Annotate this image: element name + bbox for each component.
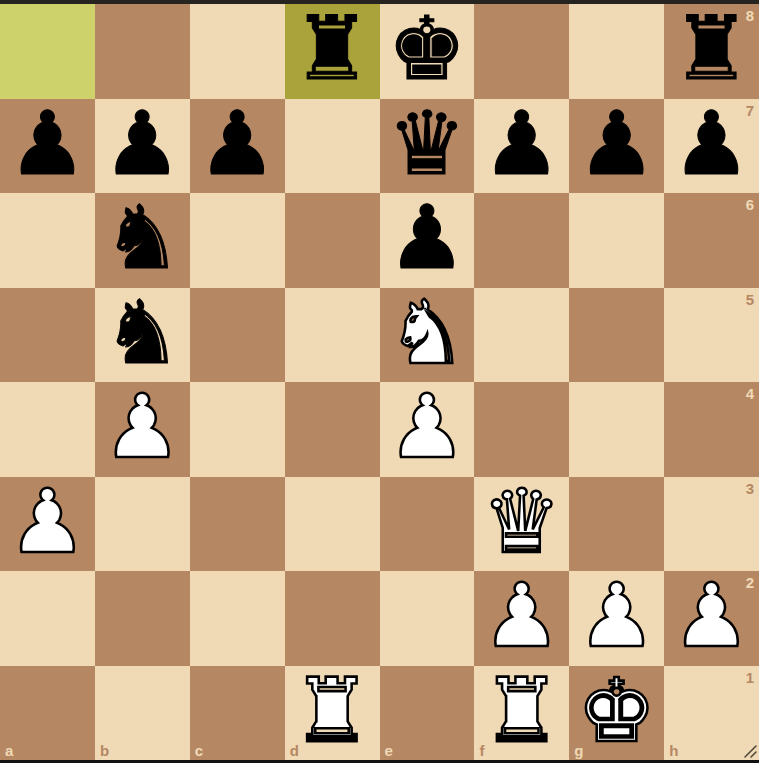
black-pawn[interactable]: ♟ bbox=[8, 100, 87, 188]
file-label-e: e bbox=[385, 743, 393, 758]
square-h5[interactable]: 5 bbox=[664, 288, 759, 383]
square-d5[interactable] bbox=[285, 288, 380, 383]
square-d7[interactable] bbox=[285, 99, 380, 194]
white-pawn[interactable]: ♟ bbox=[387, 383, 466, 471]
square-b6[interactable]: ♞ bbox=[95, 193, 190, 288]
square-a1[interactable]: a bbox=[0, 666, 95, 761]
square-g1[interactable]: ♚g bbox=[569, 666, 664, 761]
square-h2[interactable]: ♟2 bbox=[664, 571, 759, 666]
square-a5[interactable] bbox=[0, 288, 95, 383]
square-a3[interactable]: ♟ bbox=[0, 477, 95, 572]
square-a6[interactable] bbox=[0, 193, 95, 288]
chess-app: ♜♚♜8♟♟♟♛♟♟♟7♞♟6♞♞5♟♟4♟♛3♟♟♟2abc♜de♜f♚g1h bbox=[0, 0, 759, 763]
square-g3[interactable] bbox=[569, 477, 664, 572]
board-resize-handle-icon[interactable] bbox=[742, 743, 758, 759]
square-c2[interactable] bbox=[190, 571, 285, 666]
rank-label-8: 8 bbox=[746, 8, 754, 23]
square-b8[interactable] bbox=[95, 4, 190, 99]
white-pawn[interactable]: ♟ bbox=[8, 478, 87, 566]
file-label-c: c bbox=[195, 743, 203, 758]
white-pawn[interactable]: ♟ bbox=[103, 383, 182, 471]
rank-label-4: 4 bbox=[746, 386, 754, 401]
black-pawn[interactable]: ♟ bbox=[577, 100, 656, 188]
square-d4[interactable] bbox=[285, 382, 380, 477]
black-rook[interactable]: ♜ bbox=[293, 5, 372, 93]
rank-label-6: 6 bbox=[746, 197, 754, 212]
square-c7[interactable]: ♟ bbox=[190, 99, 285, 194]
square-c3[interactable] bbox=[190, 477, 285, 572]
rank-label-2: 2 bbox=[746, 575, 754, 590]
square-e3[interactable] bbox=[380, 477, 475, 572]
chess-board: ♜♚♜8♟♟♟♛♟♟♟7♞♟6♞♞5♟♟4♟♛3♟♟♟2abc♜de♜f♚g1h bbox=[0, 4, 759, 760]
square-c5[interactable] bbox=[190, 288, 285, 383]
rank-label-3: 3 bbox=[746, 481, 754, 496]
square-e5[interactable]: ♞ bbox=[380, 288, 475, 383]
square-c8[interactable] bbox=[190, 4, 285, 99]
square-e7[interactable]: ♛ bbox=[380, 99, 475, 194]
black-queen[interactable]: ♛ bbox=[387, 100, 466, 188]
white-rook[interactable]: ♜ bbox=[482, 667, 561, 755]
square-b3[interactable] bbox=[95, 477, 190, 572]
square-h4[interactable]: 4 bbox=[664, 382, 759, 477]
black-pawn[interactable]: ♟ bbox=[387, 194, 466, 282]
square-b5[interactable]: ♞ bbox=[95, 288, 190, 383]
white-queen[interactable]: ♛ bbox=[482, 478, 561, 566]
file-label-g: g bbox=[574, 743, 583, 758]
square-a2[interactable] bbox=[0, 571, 95, 666]
square-d1[interactable]: ♜d bbox=[285, 666, 380, 761]
file-label-a: a bbox=[5, 743, 13, 758]
square-f2[interactable]: ♟ bbox=[474, 571, 569, 666]
square-a4[interactable] bbox=[0, 382, 95, 477]
square-e6[interactable]: ♟ bbox=[380, 193, 475, 288]
black-knight[interactable]: ♞ bbox=[103, 194, 182, 282]
square-d3[interactable] bbox=[285, 477, 380, 572]
file-label-h: h bbox=[669, 743, 678, 758]
black-pawn[interactable]: ♟ bbox=[482, 100, 561, 188]
rank-label-7: 7 bbox=[746, 103, 754, 118]
white-knight[interactable]: ♞ bbox=[387, 289, 466, 377]
square-b2[interactable] bbox=[95, 571, 190, 666]
square-h3[interactable]: 3 bbox=[664, 477, 759, 572]
rank-label-5: 5 bbox=[746, 292, 754, 307]
square-a8[interactable] bbox=[0, 4, 95, 99]
black-pawn[interactable]: ♟ bbox=[198, 100, 277, 188]
square-g7[interactable]: ♟ bbox=[569, 99, 664, 194]
square-h7[interactable]: ♟7 bbox=[664, 99, 759, 194]
square-h1[interactable]: 1h bbox=[664, 666, 759, 761]
black-rook[interactable]: ♜ bbox=[672, 5, 751, 93]
square-e1[interactable]: e bbox=[380, 666, 475, 761]
square-h6[interactable]: 6 bbox=[664, 193, 759, 288]
square-f1[interactable]: ♜f bbox=[474, 666, 569, 761]
black-pawn[interactable]: ♟ bbox=[103, 100, 182, 188]
square-d2[interactable] bbox=[285, 571, 380, 666]
square-c4[interactable] bbox=[190, 382, 285, 477]
square-f8[interactable] bbox=[474, 4, 569, 99]
white-pawn[interactable]: ♟ bbox=[577, 572, 656, 660]
square-b7[interactable]: ♟ bbox=[95, 99, 190, 194]
black-king[interactable]: ♚ bbox=[387, 5, 466, 93]
file-label-f: f bbox=[479, 743, 484, 758]
square-a7[interactable]: ♟ bbox=[0, 99, 95, 194]
black-pawn[interactable]: ♟ bbox=[672, 100, 751, 188]
square-e2[interactable] bbox=[380, 571, 475, 666]
white-pawn[interactable]: ♟ bbox=[482, 572, 561, 660]
square-f5[interactable] bbox=[474, 288, 569, 383]
black-knight[interactable]: ♞ bbox=[103, 289, 182, 377]
square-f7[interactable]: ♟ bbox=[474, 99, 569, 194]
square-b1[interactable]: b bbox=[95, 666, 190, 761]
square-g6[interactable] bbox=[569, 193, 664, 288]
square-f4[interactable] bbox=[474, 382, 569, 477]
square-e4[interactable]: ♟ bbox=[380, 382, 475, 477]
square-d6[interactable] bbox=[285, 193, 380, 288]
square-f6[interactable] bbox=[474, 193, 569, 288]
white-king[interactable]: ♚ bbox=[577, 667, 656, 755]
square-e8[interactable]: ♚ bbox=[380, 4, 475, 99]
square-c1[interactable]: c bbox=[190, 666, 285, 761]
square-g2[interactable]: ♟ bbox=[569, 571, 664, 666]
file-label-d: d bbox=[290, 743, 299, 758]
rank-label-1: 1 bbox=[746, 670, 754, 685]
square-g4[interactable] bbox=[569, 382, 664, 477]
file-label-b: b bbox=[100, 743, 109, 758]
square-d8[interactable]: ♜ bbox=[285, 4, 380, 99]
square-g5[interactable] bbox=[569, 288, 664, 383]
square-g8[interactable] bbox=[569, 4, 664, 99]
square-c6[interactable] bbox=[190, 193, 285, 288]
white-rook[interactable]: ♜ bbox=[293, 667, 372, 755]
white-pawn[interactable]: ♟ bbox=[672, 572, 751, 660]
square-h8[interactable]: ♜8 bbox=[664, 4, 759, 99]
square-f3[interactable]: ♛ bbox=[474, 477, 569, 572]
square-b4[interactable]: ♟ bbox=[95, 382, 190, 477]
